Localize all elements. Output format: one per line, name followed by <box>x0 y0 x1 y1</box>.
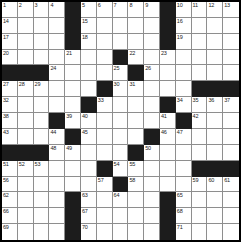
clue-number: 24 <box>50 65 56 71</box>
crossword-cell[interactable] <box>144 161 160 177</box>
crossword-cell[interactable]: 12 <box>207 2 223 18</box>
clue-number: 14 <box>3 18 9 24</box>
crossword-cell[interactable] <box>176 81 192 97</box>
clue-number: 49 <box>66 145 72 151</box>
crossword-cell[interactable] <box>49 161 65 177</box>
crossword-cell[interactable] <box>144 50 160 66</box>
crossword-cell[interactable] <box>97 65 113 81</box>
crossword-cell[interactable] <box>49 208 65 224</box>
crossword-cell[interactable] <box>18 34 34 50</box>
crossword-cell[interactable] <box>176 50 192 66</box>
crossword-cell[interactable] <box>223 208 239 224</box>
crossword-cell[interactable]: 13 <box>223 2 239 18</box>
crossword-cell[interactable] <box>65 97 81 113</box>
clue-number: 71 <box>177 224 183 230</box>
crossword-cell[interactable] <box>144 81 160 97</box>
crossword-cell[interactable]: 2 <box>18 2 34 18</box>
clue-number: 11 <box>193 2 198 8</box>
clue-number: 25 <box>114 65 120 71</box>
crossword-cell[interactable] <box>192 50 208 66</box>
blocked-cell <box>34 65 50 81</box>
clue-number: 55 <box>129 161 135 167</box>
clue-number: 7 <box>114 2 117 8</box>
crossword-cell[interactable] <box>223 113 239 129</box>
crossword-cell[interactable]: 3 <box>34 2 50 18</box>
clue-number: 40 <box>82 113 88 119</box>
crossword-cell[interactable] <box>144 34 160 50</box>
crossword-cell[interactable] <box>97 113 113 129</box>
blocked-cell <box>2 65 18 81</box>
clue-number: 41 <box>161 113 167 119</box>
crossword-cell[interactable] <box>223 129 239 145</box>
clue-number: 48 <box>50 145 56 151</box>
crossword-cell[interactable] <box>207 50 223 66</box>
clue-number: 58 <box>129 177 135 183</box>
crossword-cell[interactable] <box>144 113 160 129</box>
crossword-cell[interactable]: 22 <box>128 50 144 66</box>
crossword-cell[interactable] <box>207 18 223 34</box>
crossword-cell[interactable]: 55 <box>128 161 144 177</box>
clue-number: 4 <box>50 2 53 8</box>
crossword-cell[interactable] <box>81 145 97 161</box>
crossword-cell[interactable]: 4 <box>49 2 65 18</box>
clue-number: 30 <box>114 81 120 87</box>
crossword-cell[interactable]: 46 <box>160 129 176 145</box>
crossword-cell[interactable] <box>81 65 97 81</box>
crossword-cell[interactable] <box>113 145 129 161</box>
crossword-cell[interactable]: 42 <box>192 113 208 129</box>
clue-number: 3 <box>35 2 38 8</box>
clue-number: 21 <box>66 50 72 56</box>
crossword-cell[interactable]: 66 <box>2 208 18 224</box>
crossword-cell[interactable] <box>160 81 176 97</box>
blocked-cell <box>160 208 176 224</box>
crossword-cell[interactable] <box>81 177 97 193</box>
crossword-cell[interactable] <box>65 161 81 177</box>
crossword-cell[interactable] <box>144 192 160 208</box>
crossword-cell[interactable] <box>49 18 65 34</box>
crossword-cell[interactable] <box>223 192 239 208</box>
crossword-cell[interactable]: 7 <box>113 2 129 18</box>
clue-number: 12 <box>208 2 214 8</box>
crossword-cell[interactable] <box>144 97 160 113</box>
crossword-cell[interactable]: 28 <box>18 81 34 97</box>
clue-number: 26 <box>145 65 151 71</box>
crossword-cell[interactable] <box>128 192 144 208</box>
crossword-cell[interactable]: 31 <box>128 81 144 97</box>
clue-number: 35 <box>193 97 199 103</box>
crossword-cell[interactable] <box>128 34 144 50</box>
crossword-cell[interactable] <box>18 192 34 208</box>
clue-number: 1 <box>3 2 6 8</box>
crossword-cell[interactable] <box>49 34 65 50</box>
crossword-cell[interactable] <box>49 50 65 66</box>
clue-number: 32 <box>3 97 9 103</box>
crossword-cell[interactable] <box>34 113 50 129</box>
crossword-cell[interactable] <box>128 129 144 145</box>
crossword-cell[interactable]: 52 <box>18 161 34 177</box>
crossword-cell[interactable]: 32 <box>2 97 18 113</box>
crossword-cell[interactable] <box>34 50 50 66</box>
crossword-cell[interactable] <box>128 113 144 129</box>
blocked-cell <box>160 18 176 34</box>
clue-number: 67 <box>82 208 88 214</box>
crossword-cell[interactable]: 34 <box>176 97 192 113</box>
clue-number: 44 <box>50 129 56 135</box>
crossword-cell[interactable] <box>113 34 129 50</box>
crossword-cell[interactable]: 11 <box>192 2 208 18</box>
blocked-cell <box>160 2 176 18</box>
clue-number: 15 <box>82 18 88 24</box>
blocked-cell <box>65 224 81 240</box>
crossword-cell[interactable] <box>223 65 239 81</box>
clue-number: 43 <box>3 129 9 135</box>
crossword-cell[interactable] <box>128 97 144 113</box>
clue-number: 34 <box>177 97 183 103</box>
crossword-cell[interactable]: 26 <box>144 65 160 81</box>
blocked-cell <box>2 145 18 161</box>
crossword-cell[interactable] <box>97 18 113 34</box>
crossword-cell[interactable] <box>207 192 223 208</box>
crossword-cell[interactable] <box>144 177 160 193</box>
crossword-cell[interactable] <box>34 34 50 50</box>
crossword-cell[interactable] <box>65 177 81 193</box>
clue-number: 65 <box>177 192 183 198</box>
crossword-cell[interactable]: 15 <box>81 18 97 34</box>
blocked-cell <box>65 34 81 50</box>
crossword-cell[interactable]: 24 <box>49 65 65 81</box>
clue-number: 10 <box>177 2 183 8</box>
crossword-cell[interactable]: 58 <box>128 177 144 193</box>
crossword-cell[interactable] <box>192 34 208 50</box>
clue-number: 46 <box>161 129 167 135</box>
crossword-cell[interactable] <box>49 224 65 240</box>
crossword-cell[interactable] <box>160 65 176 81</box>
clue-number: 16 <box>177 18 183 24</box>
blocked-cell <box>97 161 113 177</box>
crossword-cell[interactable] <box>207 113 223 129</box>
clue-number: 29 <box>35 81 41 87</box>
crossword-cell[interactable]: 53 <box>34 161 50 177</box>
crossword-cell[interactable] <box>113 113 129 129</box>
crossword-cell[interactable] <box>207 145 223 161</box>
crossword-cell[interactable] <box>223 18 239 34</box>
crossword-cell[interactable] <box>18 97 34 113</box>
crossword-cell[interactable]: 43 <box>2 129 18 145</box>
crossword-cell[interactable]: 50 <box>144 145 160 161</box>
blocked-cell <box>18 65 34 81</box>
crossword-cell[interactable] <box>144 224 160 240</box>
crossword-cell[interactable]: 30 <box>113 81 129 97</box>
crossword-cell[interactable]: 1 <box>2 2 18 18</box>
crossword-cell[interactable] <box>97 129 113 145</box>
crossword-cell[interactable]: 51 <box>2 161 18 177</box>
crossword-cell[interactable] <box>97 224 113 240</box>
crossword-cell[interactable]: 63 <box>81 192 97 208</box>
crossword-cell[interactable]: 61 <box>223 177 239 193</box>
crossword-cell[interactable]: 5 <box>81 2 97 18</box>
crossword-cell[interactable]: 19 <box>176 34 192 50</box>
crossword-cell[interactable] <box>192 145 208 161</box>
clue-number: 13 <box>224 2 230 8</box>
crossword-cell[interactable] <box>207 208 223 224</box>
clue-number: 9 <box>145 2 148 8</box>
crossword-cell[interactable] <box>18 224 34 240</box>
clue-number: 69 <box>3 224 9 230</box>
blocked-cell <box>113 177 129 193</box>
crossword-cell[interactable] <box>49 97 65 113</box>
blocked-cell <box>81 97 97 113</box>
crossword-cell[interactable]: 70 <box>81 224 97 240</box>
crossword-cell[interactable] <box>34 18 50 34</box>
crossword-cell[interactable]: 20 <box>2 50 18 66</box>
crossword-cell[interactable]: 17 <box>2 34 18 50</box>
clue-number: 64 <box>114 192 120 198</box>
crossword-cell[interactable] <box>97 192 113 208</box>
crossword-cell[interactable] <box>81 81 97 97</box>
blocked-cell <box>207 161 223 177</box>
clue-number: 37 <box>224 97 230 103</box>
clue-number: 57 <box>98 177 104 183</box>
crossword-cell[interactable]: 10 <box>176 2 192 18</box>
crossword-cell[interactable] <box>207 34 223 50</box>
clue-number: 59 <box>193 177 199 183</box>
crossword-cell[interactable] <box>176 65 192 81</box>
clue-number: 66 <box>3 208 9 214</box>
blocked-cell <box>49 113 65 129</box>
crossword-cell[interactable]: 45 <box>81 129 97 145</box>
crossword-cell[interactable] <box>49 192 65 208</box>
clue-number: 56 <box>3 177 9 183</box>
crossword-cell[interactable]: 36 <box>207 97 223 113</box>
crossword-cell[interactable] <box>113 224 129 240</box>
crossword-cell[interactable] <box>49 177 65 193</box>
blocked-cell <box>223 81 239 97</box>
crossword-cell[interactable]: 41 <box>160 113 176 129</box>
blocked-cell <box>207 81 223 97</box>
crossword-cell[interactable]: 29 <box>34 81 50 97</box>
crossword-cell[interactable] <box>192 129 208 145</box>
crossword-cell[interactable] <box>34 224 50 240</box>
blocked-cell <box>18 145 34 161</box>
clue-number: 23 <box>161 50 167 56</box>
blocked-cell <box>176 113 192 129</box>
blocked-cell <box>160 97 176 113</box>
crossword-cell[interactable]: 9 <box>144 2 160 18</box>
crossword-cell[interactable] <box>18 18 34 34</box>
clue-number: 2 <box>19 2 22 8</box>
crossword-cell[interactable]: 27 <box>2 81 18 97</box>
crossword-cell[interactable] <box>192 224 208 240</box>
crossword-cell[interactable]: 38 <box>2 113 18 129</box>
clue-number: 28 <box>19 81 25 87</box>
crossword-cell[interactable] <box>34 129 50 145</box>
clue-number: 68 <box>177 208 183 214</box>
crossword-cell[interactable] <box>192 192 208 208</box>
crossword-cell[interactable] <box>176 161 192 177</box>
crossword-cell[interactable]: 69 <box>2 224 18 240</box>
crossword-cell[interactable] <box>160 161 176 177</box>
blocked-cell <box>97 81 113 97</box>
crossword-cell[interactable] <box>34 208 50 224</box>
crossword-cell[interactable] <box>192 18 208 34</box>
crossword-cell[interactable]: 54 <box>113 161 129 177</box>
blocked-cell <box>34 145 50 161</box>
clue-number: 31 <box>129 81 135 87</box>
crossword-cell[interactable]: 21 <box>65 50 81 66</box>
crossword-cell[interactable] <box>18 129 34 145</box>
crossword-cell[interactable] <box>18 113 34 129</box>
clue-number: 52 <box>19 161 25 167</box>
crossword-cell[interactable] <box>144 208 160 224</box>
blocked-cell <box>144 129 160 145</box>
crossword-cell[interactable] <box>97 50 113 66</box>
blocked-cell <box>113 50 129 66</box>
clue-number: 42 <box>193 113 199 119</box>
blocked-cell <box>160 224 176 240</box>
crossword-cell[interactable] <box>65 65 81 81</box>
crossword-cell[interactable]: 8 <box>128 2 144 18</box>
crossword-cell[interactable]: 67 <box>81 208 97 224</box>
crossword-cell[interactable] <box>128 224 144 240</box>
clue-number: 60 <box>208 177 214 183</box>
clue-number: 61 <box>224 177 230 183</box>
blocked-cell <box>192 81 208 97</box>
crossword-cell[interactable]: 60 <box>207 177 223 193</box>
crossword-cell[interactable] <box>81 50 97 66</box>
clue-number: 50 <box>145 145 151 151</box>
crossword-cell[interactable] <box>192 208 208 224</box>
crossword-cell[interactable] <box>113 208 129 224</box>
crossword-cell[interactable] <box>34 97 50 113</box>
clue-number: 53 <box>35 161 41 167</box>
clue-number: 8 <box>129 2 132 8</box>
crossword-cell[interactable] <box>18 208 34 224</box>
blocked-cell <box>65 208 81 224</box>
crossword-cell[interactable] <box>223 50 239 66</box>
clue-number: 5 <box>82 2 85 8</box>
crossword-cell[interactable]: 23 <box>160 50 176 66</box>
crossword-cell[interactable] <box>207 224 223 240</box>
blocked-cell <box>128 145 144 161</box>
crossword-cell[interactable] <box>113 18 129 34</box>
crossword-cell[interactable] <box>128 18 144 34</box>
clue-number: 62 <box>3 192 9 198</box>
crossword-cell[interactable]: 64 <box>113 192 129 208</box>
crossword-cell[interactable]: 16 <box>176 18 192 34</box>
crossword-cell[interactable]: 44 <box>49 129 65 145</box>
clue-number: 63 <box>82 192 88 198</box>
crossword-cell[interactable] <box>97 34 113 50</box>
clue-number: 54 <box>114 161 120 167</box>
blocked-cell <box>160 192 176 208</box>
crossword-cell[interactable]: 62 <box>2 192 18 208</box>
blocked-cell <box>65 18 81 34</box>
clue-number: 36 <box>208 97 214 103</box>
clue-number: 51 <box>3 161 9 167</box>
clue-number: 70 <box>82 224 88 230</box>
clue-number: 45 <box>82 129 88 135</box>
clue-number: 38 <box>3 113 9 119</box>
crossword-cell[interactable] <box>113 97 129 113</box>
crossword-cell[interactable]: 35 <box>192 97 208 113</box>
crossword-cell[interactable] <box>97 208 113 224</box>
blocked-cell <box>128 65 144 81</box>
crossword-cell[interactable] <box>49 81 65 97</box>
crossword-cell[interactable] <box>34 192 50 208</box>
crossword-cell[interactable]: 40 <box>81 113 97 129</box>
crossword-cell[interactable] <box>160 145 176 161</box>
crossword-cell[interactable]: 57 <box>97 177 113 193</box>
crossword-cell[interactable]: 25 <box>113 65 129 81</box>
crossword-grid: 1234567891011121314151617181920212223242… <box>0 0 241 242</box>
blocked-cell <box>65 129 81 145</box>
crossword-cell[interactable] <box>144 18 160 34</box>
clue-number: 27 <box>3 81 9 87</box>
crossword-cell[interactable]: 48 <box>49 145 65 161</box>
crossword-cell[interactable] <box>113 129 129 145</box>
clue-number: 17 <box>3 34 9 40</box>
crossword-cell[interactable] <box>18 50 34 66</box>
clue-number: 33 <box>98 97 104 103</box>
crossword-cell[interactable] <box>18 177 34 193</box>
crossword-cell[interactable]: 65 <box>176 192 192 208</box>
blocked-cell <box>223 161 239 177</box>
crossword-cell[interactable] <box>97 145 113 161</box>
crossword-cell[interactable] <box>160 177 176 193</box>
crossword-cell[interactable] <box>176 177 192 193</box>
blocked-cell <box>65 192 81 208</box>
crossword-cell[interactable] <box>192 65 208 81</box>
blocked-cell <box>65 2 81 18</box>
clue-number: 47 <box>177 129 183 135</box>
crossword-cell[interactable] <box>207 129 223 145</box>
crossword-cell[interactable] <box>128 208 144 224</box>
crossword-cell[interactable]: 37 <box>223 97 239 113</box>
crossword-cell[interactable]: 33 <box>97 97 113 113</box>
clue-number: 19 <box>177 34 183 40</box>
crossword-cell[interactable]: 47 <box>176 129 192 145</box>
crossword-cell[interactable] <box>81 161 97 177</box>
crossword-cell[interactable] <box>65 81 81 97</box>
crossword-cell[interactable]: 56 <box>2 177 18 193</box>
crossword-cell[interactable] <box>223 224 239 240</box>
clue-number: 6 <box>98 2 101 8</box>
blocked-cell <box>160 34 176 50</box>
crossword-cell[interactable]: 68 <box>176 208 192 224</box>
crossword-cell[interactable] <box>223 145 239 161</box>
crossword-cell[interactable]: 14 <box>2 18 18 34</box>
crossword-cell[interactable]: 18 <box>81 34 97 50</box>
crossword-cell[interactable]: 49 <box>65 145 81 161</box>
crossword-cell[interactable] <box>34 177 50 193</box>
clue-number: 22 <box>129 50 135 56</box>
crossword-cell[interactable] <box>176 145 192 161</box>
clue-number: 39 <box>66 113 72 119</box>
crossword-cell[interactable]: 39 <box>65 113 81 129</box>
crossword-cell[interactable]: 6 <box>97 2 113 18</box>
crossword-cell[interactable]: 59 <box>192 177 208 193</box>
clue-number: 18 <box>82 34 88 40</box>
clue-number: 20 <box>3 50 9 56</box>
blocked-cell <box>192 161 208 177</box>
crossword-cell[interactable]: 71 <box>176 224 192 240</box>
crossword-cell[interactable] <box>223 34 239 50</box>
crossword-cell[interactable] <box>207 65 223 81</box>
